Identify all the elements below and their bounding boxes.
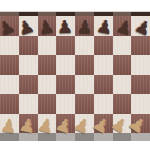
square-e5 [75,55,94,75]
edge-square [38,133,57,141]
edge-square [75,133,94,141]
square-a2: ♟ [0,114,19,134]
square-c6 [38,36,57,56]
square-b7: ♟ [19,16,38,36]
square-a4 [0,75,19,95]
rank-7: ♟♟♟♟♟♟♟♟ [0,16,150,36]
square-c4 [38,75,57,95]
rank-3 [0,94,150,114]
square-e6 [75,36,94,56]
square-b4 [19,75,38,95]
square-c2: ♟ [38,114,57,134]
square-b2: ♟ [19,114,38,134]
black-pawn: ♟ [55,17,75,36]
square-d6 [56,36,75,56]
square-b3 [19,94,38,114]
square-d3 [56,94,75,114]
edge-square [131,133,150,141]
square-a6 [0,36,19,56]
rank-4 [0,75,150,95]
edge-square [113,133,132,141]
square-f7: ♟ [94,16,113,36]
edge-square [56,133,75,141]
square-c5 [38,55,57,75]
black-pawn: ♟ [75,17,95,36]
square-d5 [56,55,75,75]
square-h4 [131,75,150,95]
square-h5 [131,55,150,75]
square-a3 [0,94,19,114]
square-f6 [94,36,113,56]
square-g4 [113,75,132,95]
black-pawn: ♟ [35,16,57,37]
chess-board: ♟♟♟♟♟♟♟♟♟♟♟♟♟♟♟♟ [0,11,150,141]
square-g5 [113,55,132,75]
square-h6 [131,36,150,56]
square-h7: ♟ [131,16,150,36]
square-g2: ♟ [113,114,132,134]
edge-square [0,133,19,141]
edge-square [94,133,113,141]
square-f5 [94,55,113,75]
square-c7: ♟ [38,16,57,36]
square-e2: ♟ [75,114,94,134]
square-g6 [113,36,132,56]
square-a5 [0,55,19,75]
board-near-edge-rank1 [0,133,150,141]
square-d2: ♟ [56,114,75,134]
board-grid: ♟♟♟♟♟♟♟♟♟♟♟♟♟♟♟♟ [0,16,150,133]
square-e4 [75,75,94,95]
square-h3 [131,94,150,114]
square-h2: ♟ [131,114,150,134]
square-a7: ♟ [0,16,19,36]
square-e7: ♟ [75,16,94,36]
square-f2: ♟ [94,114,113,134]
square-b5 [19,55,38,75]
white-pawn: ♟ [16,115,38,137]
chessboard-photo: ♟♟♟♟♟♟♟♟♟♟♟♟♟♟♟♟ [0,0,150,150]
rank-2: ♟♟♟♟♟♟♟♟ [0,114,150,134]
square-f4 [94,75,113,95]
square-f3 [94,94,113,114]
rank-5 [0,55,150,75]
square-e3 [75,94,94,114]
rank-6 [0,36,150,56]
square-g7: ♟ [113,16,132,36]
square-d4 [56,75,75,95]
square-d7: ♟ [56,16,75,36]
square-g3 [113,94,132,114]
edge-square [19,133,38,141]
square-c3 [38,94,57,114]
white-pawn: ♟ [0,115,19,135]
square-b6 [19,36,38,56]
